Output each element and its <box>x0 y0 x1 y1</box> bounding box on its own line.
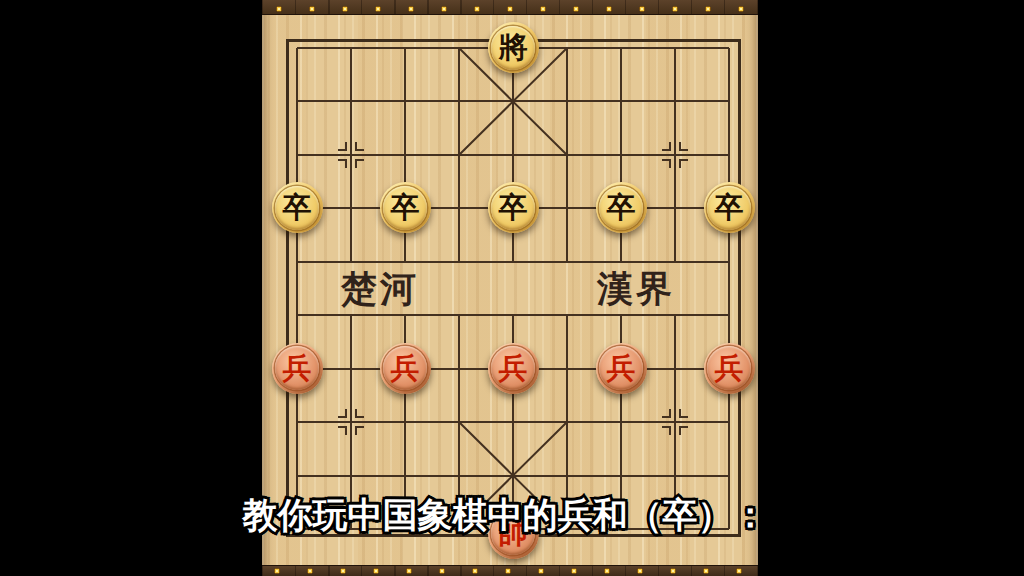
black-general[interactable]: 將 <box>488 22 539 73</box>
red-soldier-4-glyph: 兵 <box>599 346 643 390</box>
red-soldier-2[interactable]: 兵 <box>380 343 431 394</box>
black-soldier-5[interactable]: 卒 <box>704 182 755 233</box>
red-soldier-1-glyph: 兵 <box>275 346 319 390</box>
black-soldier-3-glyph: 卒 <box>491 186 535 230</box>
black-soldier-2-glyph: 卒 <box>383 186 427 230</box>
red-soldier-4[interactable]: 兵 <box>596 343 647 394</box>
black-soldier-1-glyph: 卒 <box>275 186 319 230</box>
piece-grid[interactable]: 將卒卒卒卒卒兵兵兵兵帥兵 <box>270 21 756 555</box>
caption: 教你玩中国象棋中的兵和（卒）： <box>243 492 768 539</box>
black-soldier-4-glyph: 卒 <box>599 186 643 230</box>
red-soldier-1[interactable]: 兵 <box>272 343 323 394</box>
black-general-glyph: 將 <box>491 26 535 70</box>
black-soldier-3[interactable]: 卒 <box>488 182 539 233</box>
red-soldier-5-glyph: 兵 <box>707 346 751 390</box>
video-frame: 楚河 漢界 將卒卒卒卒卒兵兵兵兵帥兵 教你玩中国象棋中的兵和（卒）： <box>0 0 1024 576</box>
red-soldier-2-glyph: 兵 <box>383 346 427 390</box>
black-soldier-4[interactable]: 卒 <box>596 182 647 233</box>
black-soldier-2[interactable]: 卒 <box>380 182 431 233</box>
black-soldier-1[interactable]: 卒 <box>272 182 323 233</box>
red-soldier-3-glyph: 兵 <box>491 346 535 390</box>
red-soldier-5[interactable]: 兵 <box>704 343 755 394</box>
red-soldier-3[interactable]: 兵 <box>488 343 539 394</box>
black-soldier-5-glyph: 卒 <box>707 186 751 230</box>
